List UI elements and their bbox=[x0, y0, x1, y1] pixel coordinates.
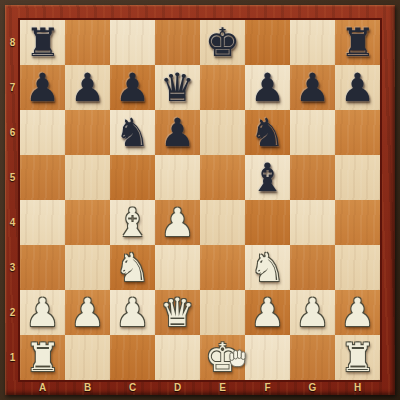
rank-label: 8 bbox=[5, 20, 20, 65]
file-labels: ABCDEFGH bbox=[20, 380, 380, 395]
rank-label: 7 bbox=[5, 65, 20, 110]
file-label: G bbox=[290, 380, 335, 395]
black-rook[interactable]: ♜ bbox=[20, 20, 65, 65]
square-h2[interactable]: ♟ bbox=[335, 290, 380, 335]
square-f4[interactable] bbox=[245, 200, 290, 245]
square-f5[interactable]: ♝ bbox=[245, 155, 290, 200]
black-pawn[interactable]: ♟ bbox=[155, 110, 200, 155]
chess-board: ♜♚♜♟♟♟♛♟♟♟♞♟♞♝♝♟♞♞♟♟♟♛♟♟♟♜♚♜ bbox=[20, 20, 380, 380]
square-c2[interactable]: ♟ bbox=[110, 290, 155, 335]
white-pawn[interactable]: ♟ bbox=[335, 290, 380, 335]
square-f8[interactable] bbox=[245, 20, 290, 65]
square-f6[interactable]: ♞ bbox=[245, 110, 290, 155]
white-pawn[interactable]: ♟ bbox=[155, 200, 200, 245]
square-g5[interactable] bbox=[290, 155, 335, 200]
black-rook[interactable]: ♜ bbox=[335, 20, 380, 65]
file-label: E bbox=[200, 380, 245, 395]
square-d7[interactable]: ♛ bbox=[155, 65, 200, 110]
square-f3[interactable]: ♞ bbox=[245, 245, 290, 290]
square-h6[interactable] bbox=[335, 110, 380, 155]
black-knight[interactable]: ♞ bbox=[110, 110, 155, 155]
square-f1[interactable] bbox=[245, 335, 290, 380]
square-g1[interactable] bbox=[290, 335, 335, 380]
square-e7[interactable] bbox=[200, 65, 245, 110]
square-d4[interactable]: ♟ bbox=[155, 200, 200, 245]
square-a6[interactable] bbox=[20, 110, 65, 155]
square-c5[interactable] bbox=[110, 155, 155, 200]
square-e5[interactable] bbox=[200, 155, 245, 200]
square-d8[interactable] bbox=[155, 20, 200, 65]
square-g2[interactable]: ♟ bbox=[290, 290, 335, 335]
black-pawn[interactable]: ♟ bbox=[245, 65, 290, 110]
file-label: A bbox=[20, 380, 65, 395]
square-b1[interactable] bbox=[65, 335, 110, 380]
square-e6[interactable] bbox=[200, 110, 245, 155]
rank-label: 2 bbox=[5, 290, 20, 335]
file-label: D bbox=[155, 380, 200, 395]
square-d3[interactable] bbox=[155, 245, 200, 290]
square-b5[interactable] bbox=[65, 155, 110, 200]
square-d1[interactable] bbox=[155, 335, 200, 380]
square-a7[interactable]: ♟ bbox=[20, 65, 65, 110]
black-queen[interactable]: ♛ bbox=[155, 65, 200, 110]
rank-label: 3 bbox=[5, 245, 20, 290]
square-b2[interactable]: ♟ bbox=[65, 290, 110, 335]
square-c8[interactable] bbox=[110, 20, 155, 65]
square-a1[interactable]: ♜ bbox=[20, 335, 65, 380]
square-f2[interactable]: ♟ bbox=[245, 290, 290, 335]
square-a4[interactable] bbox=[20, 200, 65, 245]
board-frame: 87654321 ABCDEFGH ♜♚♜♟♟♟♛♟♟♟♞♟♞♝♝♟♞♞♟♟♟♛… bbox=[5, 5, 395, 395]
chess-app-screenshot: 87654321 ABCDEFGH ♜♚♜♟♟♟♛♟♟♟♞♟♞♝♝♟♞♞♟♟♟♛… bbox=[0, 0, 400, 400]
square-g6[interactable] bbox=[290, 110, 335, 155]
white-pawn[interactable]: ♟ bbox=[290, 290, 335, 335]
file-label: C bbox=[110, 380, 155, 395]
black-knight[interactable]: ♞ bbox=[245, 110, 290, 155]
black-pawn[interactable]: ♟ bbox=[335, 65, 380, 110]
file-label: F bbox=[245, 380, 290, 395]
white-queen[interactable]: ♛ bbox=[155, 290, 200, 335]
black-pawn[interactable]: ♟ bbox=[290, 65, 335, 110]
rank-label: 4 bbox=[5, 200, 20, 245]
square-h5[interactable] bbox=[335, 155, 380, 200]
square-g3[interactable] bbox=[290, 245, 335, 290]
square-d5[interactable] bbox=[155, 155, 200, 200]
square-e2[interactable] bbox=[200, 290, 245, 335]
rank-label: 5 bbox=[5, 155, 20, 200]
black-king[interactable]: ♚ bbox=[200, 20, 245, 65]
square-a3[interactable] bbox=[20, 245, 65, 290]
square-h7[interactable]: ♟ bbox=[335, 65, 380, 110]
black-pawn[interactable]: ♟ bbox=[110, 65, 155, 110]
white-knight[interactable]: ♞ bbox=[110, 245, 155, 290]
white-bishop[interactable]: ♝ bbox=[110, 200, 155, 245]
square-d6[interactable]: ♟ bbox=[155, 110, 200, 155]
square-b4[interactable] bbox=[65, 200, 110, 245]
square-a5[interactable] bbox=[20, 155, 65, 200]
white-rook[interactable]: ♜ bbox=[335, 335, 380, 380]
file-label: H bbox=[335, 380, 380, 395]
white-pawn[interactable]: ♟ bbox=[65, 290, 110, 335]
black-pawn[interactable]: ♟ bbox=[65, 65, 110, 110]
square-d2[interactable]: ♛ bbox=[155, 290, 200, 335]
square-a2[interactable]: ♟ bbox=[20, 290, 65, 335]
rank-labels: 87654321 bbox=[5, 20, 20, 380]
square-h3[interactable] bbox=[335, 245, 380, 290]
square-g8[interactable] bbox=[290, 20, 335, 65]
square-e3[interactable] bbox=[200, 245, 245, 290]
square-g4[interactable] bbox=[290, 200, 335, 245]
black-bishop[interactable]: ♝ bbox=[245, 155, 290, 200]
black-pawn[interactable]: ♟ bbox=[20, 65, 65, 110]
square-e4[interactable] bbox=[200, 200, 245, 245]
rank-label: 1 bbox=[5, 335, 20, 380]
square-h4[interactable] bbox=[335, 200, 380, 245]
white-pawn[interactable]: ♟ bbox=[20, 290, 65, 335]
file-label: B bbox=[65, 380, 110, 395]
square-b8[interactable] bbox=[65, 20, 110, 65]
square-c3[interactable]: ♞ bbox=[110, 245, 155, 290]
square-c4[interactable]: ♝ bbox=[110, 200, 155, 245]
square-g7[interactable]: ♟ bbox=[290, 65, 335, 110]
square-e8[interactable]: ♚ bbox=[200, 20, 245, 65]
white-rook[interactable]: ♜ bbox=[20, 335, 65, 380]
rank-label: 6 bbox=[5, 110, 20, 155]
square-h1[interactable]: ♜ bbox=[335, 335, 380, 380]
hand-cursor bbox=[227, 347, 248, 370]
square-c6[interactable]: ♞ bbox=[110, 110, 155, 155]
white-knight[interactable]: ♞ bbox=[245, 245, 290, 290]
square-c7[interactable]: ♟ bbox=[110, 65, 155, 110]
square-b7[interactable]: ♟ bbox=[65, 65, 110, 110]
square-h8[interactable]: ♜ bbox=[335, 20, 380, 65]
square-a8[interactable]: ♜ bbox=[20, 20, 65, 65]
square-b3[interactable] bbox=[65, 245, 110, 290]
white-pawn[interactable]: ♟ bbox=[245, 290, 290, 335]
square-f7[interactable]: ♟ bbox=[245, 65, 290, 110]
square-b6[interactable] bbox=[65, 110, 110, 155]
square-c1[interactable] bbox=[110, 335, 155, 380]
white-pawn[interactable]: ♟ bbox=[110, 290, 155, 335]
